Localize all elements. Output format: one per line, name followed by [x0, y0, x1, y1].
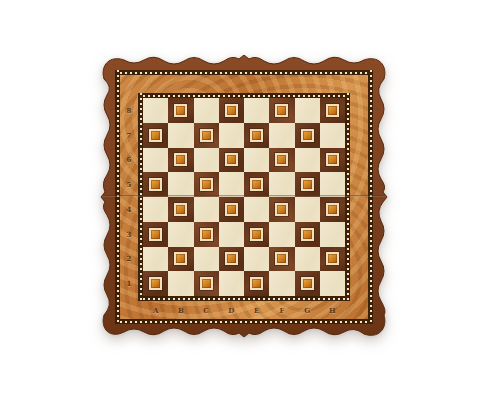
square-d5[interactable]	[219, 172, 244, 197]
square-b7[interactable]	[168, 123, 193, 148]
square-e2[interactable]	[244, 247, 269, 272]
amber-inlay-decoration	[250, 277, 263, 290]
file-label-g: G	[295, 302, 320, 318]
square-a5[interactable]	[143, 172, 168, 197]
amber-inlay-decoration	[326, 252, 339, 265]
square-g6[interactable]	[295, 148, 320, 173]
amber-inlay-decoration	[149, 178, 162, 191]
square-d2[interactable]	[219, 247, 244, 272]
square-e6[interactable]	[244, 148, 269, 173]
amber-inlay-decoration	[275, 203, 288, 216]
square-c5[interactable]	[194, 172, 219, 197]
file-label-e: E	[244, 302, 269, 318]
rank-label-6: 6	[121, 148, 137, 173]
square-a3[interactable]	[143, 222, 168, 247]
square-g2[interactable]	[295, 247, 320, 272]
square-d7[interactable]	[219, 123, 244, 148]
amber-inlay-decoration	[301, 178, 314, 191]
amber-inlay-decoration	[225, 203, 238, 216]
amber-inlay-decoration	[149, 129, 162, 142]
amber-inlay-decoration	[250, 228, 263, 241]
square-h8[interactable]	[320, 98, 345, 123]
square-g3[interactable]	[295, 222, 320, 247]
square-h2[interactable]	[320, 247, 345, 272]
square-d8[interactable]	[219, 98, 244, 123]
fold-seam	[102, 195, 386, 197]
amber-inlay-decoration	[174, 153, 187, 166]
file-label-h: H	[320, 302, 345, 318]
square-f7[interactable]	[269, 123, 294, 148]
square-g5[interactable]	[295, 172, 320, 197]
file-label-f: F	[269, 302, 294, 318]
amber-inlay-decoration	[174, 252, 187, 265]
amber-inlay-decoration	[174, 104, 187, 117]
amber-inlay-decoration	[225, 104, 238, 117]
amber-inlay-decoration	[301, 277, 314, 290]
amber-inlay-decoration	[200, 178, 213, 191]
amber-inlay-decoration	[225, 153, 238, 166]
amber-inlay-decoration	[275, 104, 288, 117]
file-label-b: B	[168, 302, 193, 318]
amber-inlay-decoration	[326, 203, 339, 216]
square-d6[interactable]	[219, 148, 244, 173]
square-f3[interactable]	[269, 222, 294, 247]
amber-inlay-decoration	[250, 129, 263, 142]
amber-inlay-decoration	[200, 277, 213, 290]
square-c2[interactable]	[194, 247, 219, 272]
file-label-c: C	[194, 302, 219, 318]
square-f1[interactable]	[269, 271, 294, 296]
square-f4[interactable]	[269, 197, 294, 222]
rank-label-7: 7	[121, 123, 137, 148]
amber-inlay-decoration	[301, 129, 314, 142]
amber-inlay-decoration	[149, 228, 162, 241]
amber-inlay-decoration	[200, 228, 213, 241]
square-c6[interactable]	[194, 148, 219, 173]
square-f2[interactable]	[269, 247, 294, 272]
square-a1[interactable]	[143, 271, 168, 296]
square-b6[interactable]	[168, 148, 193, 173]
rank-labels: 87654321	[121, 98, 137, 296]
amber-inlay-decoration	[225, 252, 238, 265]
square-d1[interactable]	[219, 271, 244, 296]
square-b5[interactable]	[168, 172, 193, 197]
square-h7[interactable]	[320, 123, 345, 148]
square-c1[interactable]	[194, 271, 219, 296]
square-a2[interactable]	[143, 247, 168, 272]
file-label-d: D	[219, 302, 244, 318]
square-e3[interactable]	[244, 222, 269, 247]
square-a7[interactable]	[143, 123, 168, 148]
square-f5[interactable]	[269, 172, 294, 197]
playing-field	[143, 98, 345, 296]
square-b2[interactable]	[168, 247, 193, 272]
amber-inlay-decoration	[301, 228, 314, 241]
rank-label-3: 3	[121, 222, 137, 247]
square-a6[interactable]	[143, 148, 168, 173]
rank-label-5: 5	[121, 172, 137, 197]
amber-inlay-decoration	[275, 153, 288, 166]
amber-inlay-decoration	[174, 203, 187, 216]
square-d3[interactable]	[219, 222, 244, 247]
square-b8[interactable]	[168, 98, 193, 123]
square-a4[interactable]	[143, 197, 168, 222]
amber-inlay-decoration	[250, 178, 263, 191]
square-c8[interactable]	[194, 98, 219, 123]
square-g4[interactable]	[295, 197, 320, 222]
amber-inlay-decoration	[149, 277, 162, 290]
photo-background: 87654321 ABCDEFGH	[0, 0, 500, 400]
square-f6[interactable]	[269, 148, 294, 173]
amber-inlay-decoration	[275, 252, 288, 265]
square-e1[interactable]	[244, 271, 269, 296]
square-b1[interactable]	[168, 271, 193, 296]
square-g7[interactable]	[295, 123, 320, 148]
square-f8[interactable]	[269, 98, 294, 123]
square-e5[interactable]	[244, 172, 269, 197]
amber-inlay-decoration	[326, 104, 339, 117]
file-label-a: A	[143, 302, 168, 318]
square-e7[interactable]	[244, 123, 269, 148]
square-e8[interactable]	[244, 98, 269, 123]
square-e4[interactable]	[244, 197, 269, 222]
amber-inlay-decoration	[326, 153, 339, 166]
square-g8[interactable]	[295, 98, 320, 123]
square-b4[interactable]	[168, 197, 193, 222]
rank-label-1: 1	[121, 271, 137, 296]
chess-board: 87654321 ABCDEFGH	[100, 55, 388, 339]
file-labels: ABCDEFGH	[143, 302, 345, 318]
square-h6[interactable]	[320, 148, 345, 173]
square-c4[interactable]	[194, 197, 219, 222]
square-d4[interactable]	[219, 197, 244, 222]
square-h4[interactable]	[320, 197, 345, 222]
square-g1[interactable]	[295, 271, 320, 296]
square-b3[interactable]	[168, 222, 193, 247]
square-h1[interactable]	[320, 271, 345, 296]
amber-inlay-decoration	[200, 129, 213, 142]
rank-label-2: 2	[121, 247, 137, 272]
square-h3[interactable]	[320, 222, 345, 247]
square-c7[interactable]	[194, 123, 219, 148]
square-h5[interactable]	[320, 172, 345, 197]
square-c3[interactable]	[194, 222, 219, 247]
rank-label-4: 4	[121, 197, 137, 222]
rank-label-8: 8	[121, 98, 137, 123]
square-a8[interactable]	[143, 98, 168, 123]
